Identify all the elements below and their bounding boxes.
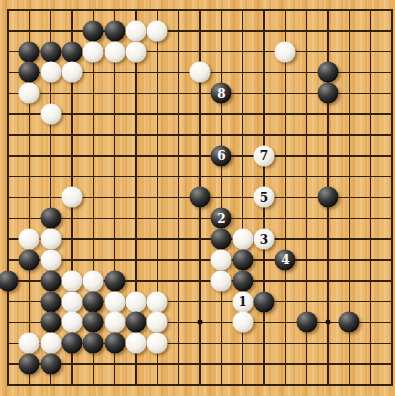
white-stone[interactable] [40, 62, 61, 83]
grid-line-horizontal [7, 384, 393, 386]
move-number-label: 8 [217, 87, 225, 99]
grid-line-horizontal [7, 9, 393, 11]
white-stone[interactable] [125, 291, 146, 312]
white-stone-move-1[interactable]: 1 [232, 291, 253, 312]
white-stone[interactable] [147, 291, 168, 312]
white-stone[interactable] [189, 62, 210, 83]
white-stone[interactable] [125, 333, 146, 354]
white-stone[interactable] [40, 104, 61, 125]
white-stone-move-3[interactable]: 3 [253, 229, 274, 250]
black-stone[interactable] [125, 312, 146, 333]
white-stone[interactable] [125, 20, 146, 41]
white-stone[interactable] [147, 333, 168, 354]
black-stone[interactable] [253, 291, 274, 312]
grid-line-horizontal [7, 363, 393, 365]
white-stone[interactable] [147, 312, 168, 333]
white-stone[interactable] [104, 291, 125, 312]
black-stone[interactable] [40, 291, 61, 312]
black-stone[interactable] [83, 312, 104, 333]
black-stone[interactable] [211, 229, 232, 250]
white-stone[interactable] [61, 291, 82, 312]
grid-line-horizontal [7, 218, 393, 220]
white-stone[interactable] [83, 41, 104, 62]
move-number-label: 1 [238, 296, 246, 308]
go-board[interactable]: 86752341 [0, 0, 395, 396]
black-stone-move-6[interactable]: 6 [211, 145, 232, 166]
grid-line-horizontal [7, 155, 393, 157]
white-stone-move-7[interactable]: 7 [253, 145, 274, 166]
white-stone[interactable] [104, 312, 125, 333]
black-stone[interactable] [19, 62, 40, 83]
white-stone[interactable] [40, 249, 61, 270]
white-stone[interactable] [61, 270, 82, 291]
white-stone[interactable] [61, 187, 82, 208]
black-stone[interactable] [83, 333, 104, 354]
move-number-label: 5 [260, 191, 268, 203]
black-stone[interactable] [61, 41, 82, 62]
black-stone[interactable] [232, 270, 253, 291]
white-stone[interactable] [40, 229, 61, 250]
black-stone[interactable] [40, 270, 61, 291]
white-stone[interactable] [147, 20, 168, 41]
black-stone[interactable] [40, 312, 61, 333]
black-stone[interactable] [19, 354, 40, 375]
move-number-label: 3 [260, 233, 268, 245]
white-stone[interactable] [104, 41, 125, 62]
white-stone[interactable] [83, 270, 104, 291]
black-stone[interactable] [232, 249, 253, 270]
black-stone[interactable] [104, 333, 125, 354]
black-stone[interactable] [317, 62, 338, 83]
white-stone[interactable] [61, 312, 82, 333]
black-stone[interactable] [317, 83, 338, 104]
black-stone[interactable] [296, 312, 317, 333]
white-stone[interactable] [61, 62, 82, 83]
move-number-label: 2 [217, 212, 225, 224]
move-number-label: 4 [281, 254, 289, 266]
black-stone[interactable] [19, 249, 40, 270]
white-stone[interactable] [275, 41, 296, 62]
grid-line-horizontal [7, 259, 393, 261]
black-stone[interactable] [104, 20, 125, 41]
black-stone[interactable] [19, 41, 40, 62]
grid-line-horizontal [7, 134, 393, 136]
black-stone-move-8[interactable]: 8 [211, 83, 232, 104]
grid-line-horizontal [7, 238, 393, 240]
black-stone[interactable] [61, 333, 82, 354]
white-stone[interactable] [232, 229, 253, 250]
white-stone[interactable] [211, 249, 232, 270]
white-stone[interactable] [19, 83, 40, 104]
star-point [197, 320, 202, 325]
grid-line-horizontal [7, 113, 393, 115]
black-stone[interactable] [40, 208, 61, 229]
black-stone[interactable] [104, 270, 125, 291]
black-stone[interactable] [83, 291, 104, 312]
move-number-label: 7 [260, 150, 268, 162]
black-stone[interactable] [339, 312, 360, 333]
white-stone[interactable] [40, 333, 61, 354]
move-number-label: 6 [217, 150, 225, 162]
white-stone[interactable] [211, 270, 232, 291]
black-stone[interactable] [189, 187, 210, 208]
white-stone[interactable] [19, 229, 40, 250]
black-stone[interactable] [0, 270, 19, 291]
grid-line-horizontal [7, 176, 393, 178]
grid-line-horizontal [7, 30, 393, 32]
star-point [325, 320, 330, 325]
black-stone[interactable] [40, 354, 61, 375]
black-stone[interactable] [317, 187, 338, 208]
black-stone[interactable] [83, 20, 104, 41]
black-stone[interactable] [40, 41, 61, 62]
black-stone-move-2[interactable]: 2 [211, 208, 232, 229]
white-stone-move-5[interactable]: 5 [253, 187, 274, 208]
black-stone-move-4[interactable]: 4 [275, 249, 296, 270]
white-stone[interactable] [125, 41, 146, 62]
white-stone[interactable] [232, 312, 253, 333]
white-stone[interactable] [19, 333, 40, 354]
